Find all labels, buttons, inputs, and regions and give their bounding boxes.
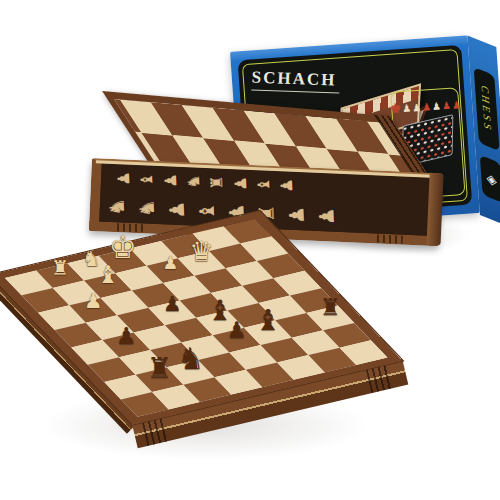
product-photo-stage: SCHACH ♚♟♟♟♟♟♟ CHESS ◈ ♟♝♟♞♜♟♝♟♞: [0, 0, 500, 500]
chess-board-area: ♜♞♚♝♟♛♟♟♝♟♟♝♜♜♞: [0, 0, 500, 500]
